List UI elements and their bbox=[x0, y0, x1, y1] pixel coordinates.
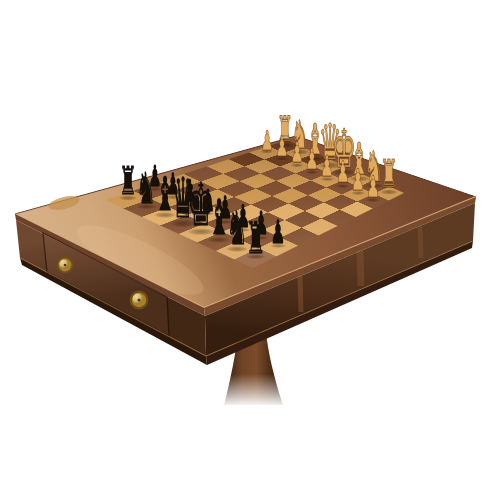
pieces-layer: ♜♞♝♛♚♝♞♜♟♟♟♟♟♟♟♟♟♟♟♟♟♟♟♟♜♞♝♛♚♝♞♜ bbox=[0, 0, 500, 500]
piece-black-rook-h8[interactable]: ♜ bbox=[245, 215, 265, 259]
piece-white-pawn-d2[interactable]: ♟ bbox=[306, 146, 319, 175]
piece-black-pawn-h7[interactable]: ♟ bbox=[271, 215, 286, 248]
piece-black-rook-a8[interactable]: ♜ bbox=[119, 161, 137, 200]
piece-white-pawn-f2[interactable]: ♟ bbox=[336, 159, 350, 189]
piece-white-pawn-e2[interactable]: ♟ bbox=[321, 152, 335, 181]
piece-white-pawn-c2[interactable]: ♟ bbox=[290, 139, 303, 167]
piece-white-pawn-a2[interactable]: ♟ bbox=[260, 126, 273, 153]
piece-white-pawn-b2[interactable]: ♟ bbox=[275, 133, 288, 161]
chess-table-scene: ♜♞♝♛♚♝♞♜♟♟♟♟♟♟♟♟♟♟♟♟♟♟♟♟♜♞♝♛♚♝♞♜ bbox=[0, 0, 500, 500]
piece-white-pawn-g2[interactable]: ♟ bbox=[351, 165, 365, 195]
piece-white-pawn-h2[interactable]: ♟ bbox=[366, 172, 380, 202]
piece-white-rook-h1[interactable]: ♜ bbox=[380, 156, 398, 195]
